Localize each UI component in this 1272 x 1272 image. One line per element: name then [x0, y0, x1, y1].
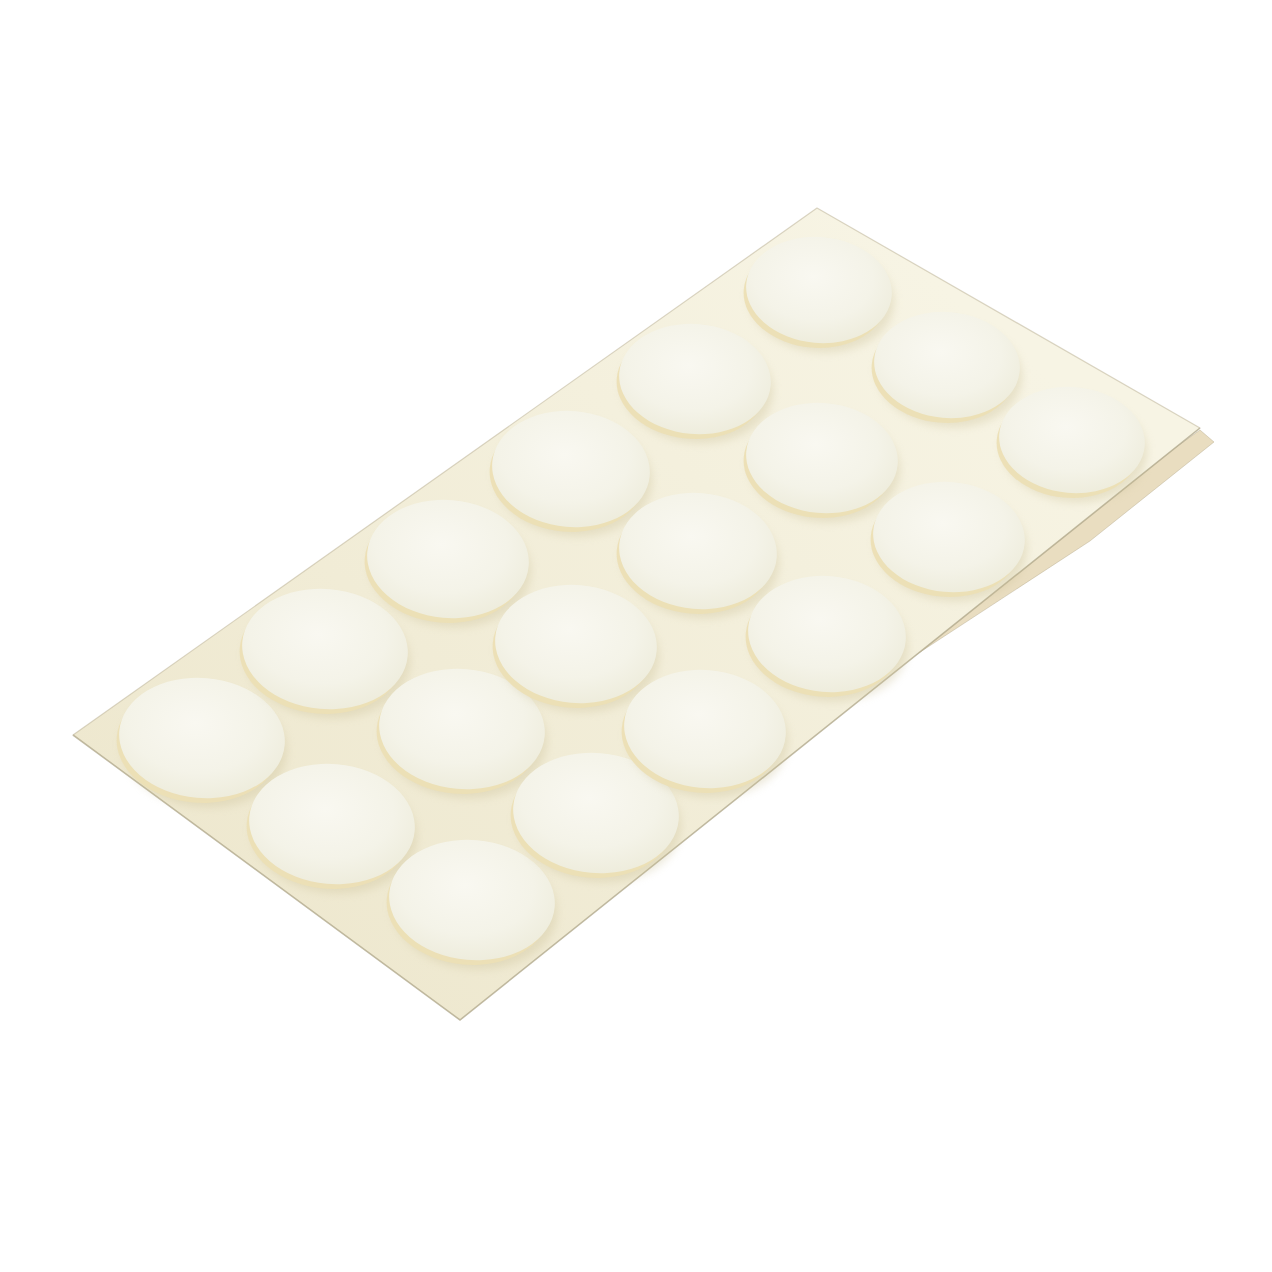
product-photo: [0, 0, 1272, 1272]
felt-pad-sheet-photo: [0, 0, 1272, 1272]
